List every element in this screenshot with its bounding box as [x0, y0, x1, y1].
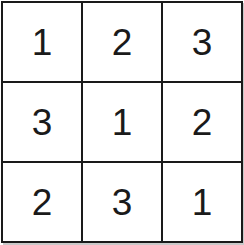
- latin-square-board: 1 2 3 3 1 2 2 3 1: [1, 1, 243, 243]
- cell-r1c2: 2: [83, 3, 161, 81]
- cell-r3c3: 1: [163, 163, 241, 241]
- cell-r1c1: 1: [3, 3, 81, 81]
- cell-r1c3: 3: [163, 3, 241, 81]
- cell-r2c2: 1: [83, 83, 161, 161]
- cell-r2c1: 3: [3, 83, 81, 161]
- cell-r2c3: 2: [163, 83, 241, 161]
- cell-r3c1: 2: [3, 163, 81, 241]
- cell-r3c2: 3: [83, 163, 161, 241]
- grid-3x3: 1 2 3 3 1 2 2 3 1: [1, 1, 243, 243]
